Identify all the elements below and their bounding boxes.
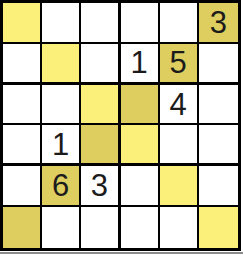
cell-r2c3[interactable] — [81, 44, 120, 85]
cell-r1c6[interactable]: 3 — [199, 3, 238, 44]
cell-r6c2[interactable] — [42, 207, 81, 248]
cell-r3c5[interactable]: 4 — [160, 85, 199, 126]
cell-r3c6[interactable] — [199, 85, 238, 126]
sudoku-board: 3154163 — [0, 0, 241, 251]
cell-r4c6[interactable] — [199, 125, 238, 166]
cell-r2c5[interactable]: 5 — [160, 44, 199, 85]
screenshot-stage: 3154163 — [0, 0, 243, 255]
cell-r4c2[interactable]: 1 — [42, 125, 81, 166]
cell-r5c1[interactable] — [3, 166, 42, 207]
cell-r3c2[interactable] — [42, 85, 81, 126]
cell-r1c2[interactable] — [42, 3, 81, 44]
cell-r1c3[interactable] — [81, 3, 120, 44]
cell-r6c4[interactable] — [121, 207, 160, 248]
cell-r2c6[interactable] — [199, 44, 238, 85]
cell-r6c1[interactable] — [3, 207, 42, 248]
cell-r2c4[interactable]: 1 — [121, 44, 160, 85]
cell-r6c5[interactable] — [160, 207, 199, 248]
cell-r4c1[interactable] — [3, 125, 42, 166]
cell-r6c6[interactable] — [199, 207, 238, 248]
cell-r5c2[interactable]: 6 — [42, 166, 81, 207]
cell-r5c5[interactable] — [160, 166, 199, 207]
cell-r2c1[interactable] — [3, 44, 42, 85]
cell-r6c3[interactable] — [81, 207, 120, 248]
cell-r5c3[interactable]: 3 — [81, 166, 120, 207]
cell-r3c4[interactable] — [121, 85, 160, 126]
cell-r4c4[interactable] — [121, 125, 160, 166]
cell-r2c2[interactable] — [42, 44, 81, 85]
cell-r1c4[interactable] — [121, 3, 160, 44]
cell-r4c3[interactable] — [81, 125, 120, 166]
cell-r3c1[interactable] — [3, 85, 42, 126]
cell-r3c3[interactable] — [81, 85, 120, 126]
cell-r1c5[interactable] — [160, 3, 199, 44]
bottom-hairline — [0, 252, 243, 254]
cell-r5c6[interactable] — [199, 166, 238, 207]
cell-r4c5[interactable] — [160, 125, 199, 166]
cell-r1c1[interactable] — [3, 3, 42, 44]
cell-r5c4[interactable] — [121, 166, 160, 207]
